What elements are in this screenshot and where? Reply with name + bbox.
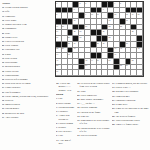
clue-item: 35. Something to do with a budget of a f… [77,119,110,126]
clue-item: 55. Chilean money [2,107,53,110]
clue-list-header: Down [56,93,75,97]
cell-number: 46 [114,53,116,55]
clue-item: 58. Rosendo Cay's originals [112,90,149,93]
clue-item: 42. Presley's wife's surname [2,78,53,81]
clue-number: 20. [2,32,6,35]
clue-number: 65. [112,107,116,110]
clue-number: 7. [56,126,58,129]
clue-number: 56. [2,112,6,115]
clue-number: 20. [77,94,81,97]
clue-number: 26. [2,44,6,47]
clue-item: 44. Drizzle's deadline [77,134,110,137]
cell-number: 18 [126,19,128,21]
clue-item: 37. Meadowlawned [2,65,53,68]
clue-number: 66. [112,115,116,118]
cell-number: 1 [56,2,57,4]
clue-number: 38. [77,127,81,130]
cell-number: 19 [56,25,58,27]
clue-item: 53. Picked "Ehre..." [112,86,149,89]
clue-item: 14. Offs [2,10,53,13]
clue-item: 57. Agley product [2,116,53,119]
clue-number: 37. [2,65,6,68]
clue-number: 15. [2,15,6,18]
cell-number: 5 [120,2,121,4]
clue-item: 67. Topic Scottsworthy alikes [112,119,149,122]
cell-number: 40 [74,47,76,49]
down-clues-column-3: 51. It hungers shaken, but not already53… [112,82,149,149]
cell-number: 21 [85,25,87,27]
cell-number: 8 [56,13,57,15]
cell-number: 31 [79,36,81,38]
clue-item: 65. It may be tall and alone at the same… [112,107,149,114]
cell-number: 20 [62,25,64,27]
cell-number: 27 [103,30,105,32]
clue-list-header: Across [2,2,53,6]
clue-item: 22. Washer cycle [2,36,53,39]
clue-number: 32. [77,106,81,109]
clue-item: 58. "I drive my mother..." — Blanks: Act… [56,82,75,92]
cell-number: 47 [56,59,58,61]
cell-number: 42 [120,47,122,49]
clue-item: 4. Expensive [56,110,75,113]
clue-item: 38. Union's headline to be a bridge of a… [77,127,110,134]
cell-number: 3 [85,2,86,4]
cell-number: 45 [68,53,70,55]
clue-number: 24. [2,40,6,43]
clue-item: 9. Liszt [56,134,75,137]
cell-number: 44 [56,53,58,55]
cell-number: 41 [114,47,116,49]
clue-item: 33. Chicken in the forms [77,111,110,114]
clue-item: 26. Great Niagara [2,44,53,47]
clue-item: 13. "The min of MS" [56,139,75,146]
clue-item: 19. Jesus [77,90,110,93]
cell-number: 7 [103,8,104,10]
clue-number: 67. [112,119,116,122]
clue-item: 8. Italy in peace? [56,130,75,133]
cell-number: 48 [85,59,87,61]
cell-number: 50 [97,59,99,61]
clue-number: 17. [2,23,6,26]
cell-number: 30 [68,36,70,38]
cell-number: 39 [62,47,64,49]
clue-number: 16. [2,19,6,22]
cell-number: 53 [56,64,58,66]
cell-number: 51 [108,59,110,61]
clue-number: 44. [77,134,81,137]
clue-item: 66. The beaver's formers [112,115,149,118]
cell-number: 52 [132,59,134,61]
clue-number: 30. [2,53,6,56]
clue-item: 17. Sunday speeches: Film [2,23,53,26]
cell-number: 38 [56,47,58,49]
clue-number: 31. [77,102,81,105]
cell-number: 34 [74,42,76,44]
clue-number: 47. [2,86,6,89]
cell-number: 23 [120,25,122,27]
clue-number: 52. [2,99,6,102]
cell-number: 22 [108,25,110,27]
down-clues-column-2: 16. He served in the Illinois Senate fro… [77,82,110,149]
clue-number: 10. [2,6,6,9]
cell-number: 26 [79,30,81,32]
clue-number: 19. [77,90,81,93]
clue-item: 10. Village resident naturals [2,6,53,9]
clue-item: 36. Scatterbrains [2,61,53,64]
clue-item: 16. Forty winks [2,19,53,22]
cell-number: 6 [74,8,75,10]
down-clues-column-1: 58. "I drive my mother..." — Blanks: Act… [56,82,75,149]
clue-item: 51. It hungers shaken, but not already [112,82,149,85]
clue-item: 31. "___ las que..." [77,102,110,105]
cell-number: 28 [132,30,134,32]
cell-number: 24 [56,30,58,32]
clue-number: 59. [112,95,116,98]
cell-number: 49 [91,59,93,61]
clue-item: 20. USPS competitor [77,94,110,97]
cell-number: 33 [68,42,70,44]
cell-number: 37 [126,42,128,44]
clue-item: 2. Bitter tasting [56,102,75,105]
grid-cell[interactable] [137,70,143,76]
clue-item: 38. Visibly devout [2,70,53,73]
clue-number: 27. [2,48,6,51]
clue-number: 38. [2,70,6,73]
clue-item: 20. Wine [2,32,53,35]
clue-number: 57. [2,116,6,119]
clue-item: 18. Handshakes [2,27,53,30]
cell-number: 35 [97,42,99,44]
cell-number: 15 [137,13,139,15]
clue-item: 29. Baby Ruth's "nickname" [77,98,110,101]
clue-number: 45. [2,82,6,85]
clue-number: 5. [56,114,58,117]
clue-number: 68. [112,123,116,126]
clue-number: 49. [2,91,6,94]
clue-number: 3. [56,106,58,109]
clue-item: 3. Navigation name [56,106,75,109]
cell-number: 56 [126,64,128,66]
clue-item: 54. Smoker's basics [2,103,53,106]
clue-number: 34. [2,57,6,60]
clue-number: 58. [56,82,60,85]
clue-number: 34. [77,115,81,118]
clue-item: 34. Slug-like [77,115,110,118]
clue-number: 33. [77,111,81,114]
clue-number: 8. [56,130,58,133]
clue-number: 50. [2,95,6,98]
cell-number: 32 [108,36,110,38]
cell-number: 9 [85,13,86,15]
clue-item: 27. Cautionary clip [2,48,53,51]
clue-number: 2. [56,102,58,105]
clue-item: 16. He served in the Illinois Senate fro… [77,82,110,89]
clue-number: 58. [112,90,116,93]
cell-number: 25 [74,30,76,32]
clue-item: 1. Fine [56,97,75,100]
clue-number: 18. [2,27,6,30]
clue-number: 16. [77,82,81,85]
cell-number: 17 [108,19,110,21]
crossword-puzzle-page: Across10. Village resident naturals14. O… [0,0,150,150]
clue-number: 35. [77,119,81,122]
clue-item: 64. Kermit deal? [112,103,149,106]
clue-number: 41. [2,74,6,77]
clue-number: 22. [2,36,6,39]
cell-number: 4 [114,2,115,4]
clue-item: 52. Seaweed [2,99,53,102]
clue-item: 49. Chief's daughter [2,91,53,94]
crossword-grid[interactable]: 1234567891011121314151617181920212223242… [55,1,144,77]
clue-item: 34. Slow is soon [2,57,53,60]
cell-number: 11 [97,13,99,15]
clue-item: 5. Alaska with boiling oil [56,114,75,121]
clue-number: 53. [112,86,116,89]
clue-number: 55. [2,107,6,110]
clue-number: 4. [56,110,58,113]
clue-number: 54. [2,103,6,106]
clue-item: 7. Scribble [56,126,75,129]
across-clues-column: Across10. Village resident naturals14. O… [2,1,53,149]
cell-number: 16 [74,19,76,21]
clue-item: 32. Patriotic language [77,106,110,109]
clue-number: 61. [112,99,116,102]
clue-number: 64. [112,103,116,106]
clue-number: 6. [56,122,58,125]
clue-item: 68. 1940's TV female child? [112,123,149,126]
clue-number: 14. [2,10,6,13]
cell-number: 36 [103,42,105,44]
clue-number: 42. [2,78,6,81]
clue-number: 51. [112,82,116,85]
cell-number: 29 [56,36,58,38]
clue-number: 9. [56,134,58,137]
cell-number: 2 [79,2,80,4]
clue-item: 30. Kinds [2,53,53,56]
clue-item: 45. Word with liberty or lemon [2,82,53,85]
clue-item: 61. Canadian Fernworthy [112,99,149,102]
cell-number: 57 [56,70,58,72]
cell-number: 14 [132,13,134,15]
clue-number: 36. [2,61,6,64]
clue-item: 15. Temporary [2,15,53,18]
cell-number: 12 [114,13,116,15]
cell-number: 10 [91,13,93,15]
clue-item: 47. Loaner principle [2,86,53,89]
clue-item: 59. Farmed helmet [112,95,149,98]
clue-number: 29. [77,98,81,101]
clue-item: 50. Catch: Omaha, Seward and Utah, occas… [2,95,53,98]
clue-item: 24. Lower-elevation bin [2,40,53,43]
clue-item: 6. Carioca woman [56,122,75,125]
clue-number: 13. [56,139,60,142]
clue-item: 41. Handicapping? [2,74,53,77]
cell-number: 55 [120,64,122,66]
cell-number: 43 [137,47,139,49]
cell-number: 54 [85,64,87,66]
clue-item: 56. Michaels or the Mrs. [2,112,53,115]
clue-number: 1. [56,97,58,100]
cell-number: 13 [126,13,128,15]
